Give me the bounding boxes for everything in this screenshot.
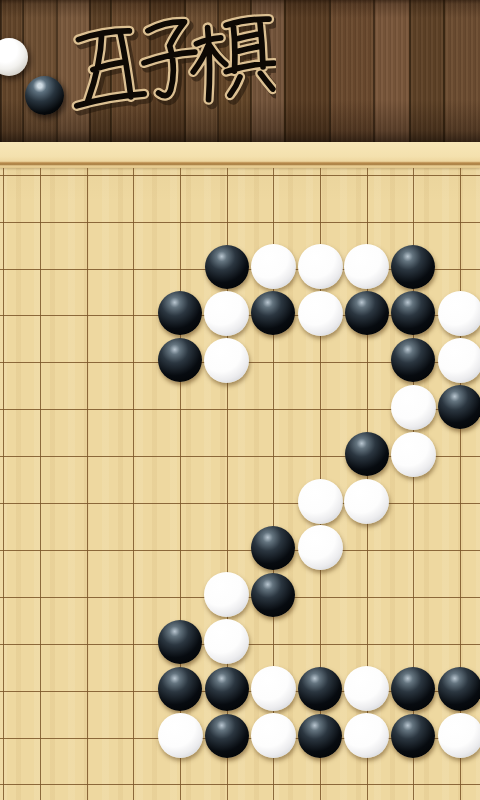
- white-stone: [438, 713, 480, 758]
- black-stone: [391, 714, 435, 758]
- white-stone: [438, 291, 480, 336]
- grid-vline: [133, 168, 134, 800]
- grid-hline: [0, 175, 480, 176]
- black-stone: [345, 432, 389, 476]
- app-header: 五子棋: [0, 0, 480, 142]
- white-stone: [344, 666, 389, 711]
- grid-hline: [0, 222, 480, 223]
- black-stone: [391, 245, 435, 289]
- decor-stone-black-icon: [25, 76, 64, 115]
- white-stone: [344, 479, 389, 524]
- white-stone: [204, 572, 249, 617]
- white-stone: [391, 385, 436, 430]
- black-stone: [438, 385, 480, 429]
- white-stone: [204, 291, 249, 336]
- white-stone: [298, 244, 343, 289]
- grid-vline: [87, 168, 88, 800]
- black-stone: [391, 291, 435, 335]
- black-stone: [205, 714, 249, 758]
- app-title-calligraphy: [70, 12, 276, 116]
- white-stone: [204, 619, 249, 664]
- grid-vline: [3, 168, 4, 800]
- white-stone: [251, 666, 296, 711]
- black-stone: [251, 291, 295, 335]
- white-stone: [391, 432, 436, 477]
- white-stone: [158, 713, 203, 758]
- white-stone: [344, 713, 389, 758]
- decor-stone-white-icon: [0, 38, 28, 76]
- grid-hline: [0, 550, 480, 551]
- white-stone: [251, 244, 296, 289]
- black-stone: [298, 714, 342, 758]
- white-stone: [298, 291, 343, 336]
- black-stone: [438, 667, 480, 711]
- game-board[interactable]: [0, 142, 480, 800]
- board-top-edge: [0, 142, 480, 168]
- black-stone: [251, 573, 295, 617]
- black-stone: [158, 667, 202, 711]
- black-stone: [158, 291, 202, 335]
- black-stone: [158, 338, 202, 382]
- black-stone: [205, 667, 249, 711]
- black-stone: [298, 667, 342, 711]
- grid-hline: [0, 784, 480, 785]
- black-stone: [345, 291, 389, 335]
- app-title: 五子棋: [70, 12, 276, 116]
- white-stone: [344, 244, 389, 289]
- black-stone: [251, 526, 295, 570]
- white-stone: [204, 338, 249, 383]
- grid-vline: [40, 168, 41, 800]
- grid-hline: [0, 503, 480, 504]
- white-stone: [251, 713, 296, 758]
- gomoku-app-screen: 五子棋: [0, 0, 480, 800]
- white-stone: [438, 338, 480, 383]
- white-stone: [298, 479, 343, 524]
- black-stone: [205, 245, 249, 289]
- black-stone: [391, 667, 435, 711]
- black-stone: [391, 338, 435, 382]
- white-stone: [298, 525, 343, 570]
- black-stone: [158, 620, 202, 664]
